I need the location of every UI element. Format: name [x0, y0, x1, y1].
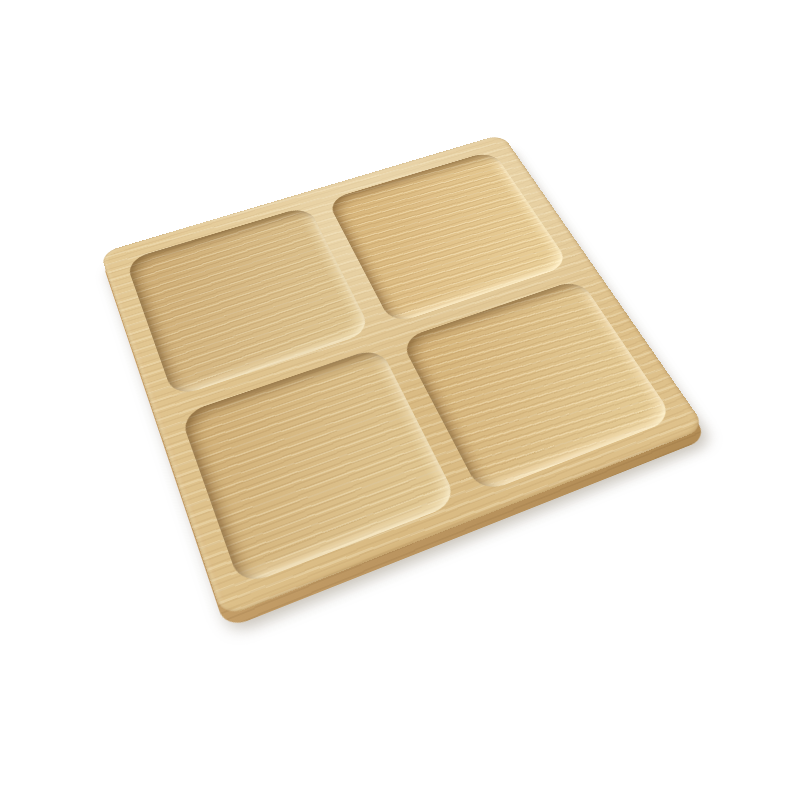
wooden-tray-board [100, 134, 706, 618]
scene [0, 0, 800, 800]
